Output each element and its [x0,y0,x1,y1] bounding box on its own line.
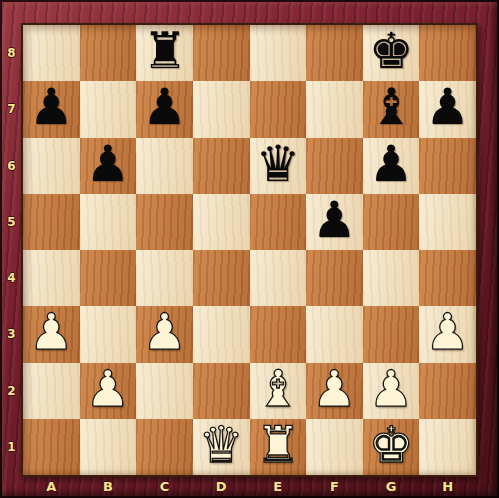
file-label-e: E [250,477,307,496]
square-h2[interactable] [419,363,476,419]
white-pawn-piece[interactable]: ♟ [369,364,414,414]
black-bishop-piece[interactable]: ♝ [369,82,414,132]
square-h3[interactable]: ♟ [419,306,476,362]
square-d4[interactable] [193,250,250,306]
square-g1[interactable]: ♚ [363,419,420,475]
square-f5[interactable]: ♟ [306,194,363,250]
square-a8[interactable] [23,25,80,81]
black-pawn-piece[interactable]: ♟ [29,82,74,132]
square-b5[interactable] [80,194,137,250]
black-queen-piece[interactable]: ♛ [255,139,300,189]
square-h6[interactable] [419,138,476,194]
square-h5[interactable] [419,194,476,250]
white-pawn-piece[interactable]: ♟ [86,364,131,414]
square-d8[interactable] [193,25,250,81]
rank-label-2: 2 [2,363,21,419]
rank-label-8: 8 [2,25,21,81]
square-c8[interactable]: ♜ [136,25,193,81]
rank-label-1: 1 [2,419,21,475]
square-h7[interactable]: ♟ [419,81,476,137]
square-e4[interactable] [250,250,307,306]
square-c3[interactable]: ♟ [136,306,193,362]
file-label-f: F [306,477,363,496]
square-f2[interactable]: ♟ [306,363,363,419]
rank-label-5: 5 [2,194,21,250]
white-bishop-piece[interactable]: ♝ [255,364,300,414]
square-b8[interactable] [80,25,137,81]
square-b7[interactable] [80,81,137,137]
white-pawn-piece[interactable]: ♟ [312,364,357,414]
rank-label-4: 4 [2,250,21,306]
square-c4[interactable] [136,250,193,306]
square-e7[interactable] [250,81,307,137]
square-a1[interactable] [23,419,80,475]
square-g3[interactable] [363,306,420,362]
square-b1[interactable] [80,419,137,475]
white-queen-piece[interactable]: ♛ [199,420,244,470]
square-d7[interactable] [193,81,250,137]
white-pawn-piece[interactable]: ♟ [425,307,470,357]
square-d3[interactable] [193,306,250,362]
square-e3[interactable] [250,306,307,362]
white-pawn-piece[interactable]: ♟ [29,307,74,357]
square-f4[interactable] [306,250,363,306]
square-d6[interactable] [193,138,250,194]
square-e5[interactable] [250,194,307,250]
square-c7[interactable]: ♟ [136,81,193,137]
square-h4[interactable] [419,250,476,306]
square-g6[interactable]: ♟ [363,138,420,194]
square-a6[interactable] [23,138,80,194]
black-pawn-piece[interactable]: ♟ [142,82,187,132]
square-e8[interactable] [250,25,307,81]
square-g4[interactable] [363,250,420,306]
square-a4[interactable] [23,250,80,306]
black-pawn-piece[interactable]: ♟ [312,195,357,245]
file-label-g: G [363,477,420,496]
rank-label-7: 7 [2,81,21,137]
rank-label-3: 3 [2,306,21,362]
white-rook-piece[interactable]: ♜ [255,420,300,470]
black-rook-piece[interactable]: ♜ [142,26,187,76]
square-g2[interactable]: ♟ [363,363,420,419]
square-h8[interactable] [419,25,476,81]
square-c6[interactable] [136,138,193,194]
square-b3[interactable] [80,306,137,362]
square-a2[interactable] [23,363,80,419]
file-label-b: B [80,477,137,496]
square-g7[interactable]: ♝ [363,81,420,137]
chess-diagram-window: ♜♚♟♟♝♟♟♛♟♟♟♟♟♟♝♟♟♛♜♚ 87654321ABCDEFGH [0,0,499,498]
square-g5[interactable] [363,194,420,250]
white-king-piece[interactable]: ♚ [369,420,414,470]
rank-label-6: 6 [2,138,21,194]
square-d5[interactable] [193,194,250,250]
square-b2[interactable]: ♟ [80,363,137,419]
white-pawn-piece[interactable]: ♟ [142,307,187,357]
square-f3[interactable] [306,306,363,362]
file-label-d: D [193,477,250,496]
square-b6[interactable]: ♟ [80,138,137,194]
square-c5[interactable] [136,194,193,250]
square-h1[interactable] [419,419,476,475]
square-g8[interactable]: ♚ [363,25,420,81]
square-a3[interactable]: ♟ [23,306,80,362]
square-c1[interactable] [136,419,193,475]
square-d2[interactable] [193,363,250,419]
file-label-c: C [136,477,193,496]
square-b4[interactable] [80,250,137,306]
square-f6[interactable] [306,138,363,194]
black-pawn-piece[interactable]: ♟ [369,139,414,189]
file-label-a: A [23,477,80,496]
square-e6[interactable]: ♛ [250,138,307,194]
square-c2[interactable] [136,363,193,419]
square-e2[interactable]: ♝ [250,363,307,419]
square-f7[interactable] [306,81,363,137]
black-pawn-piece[interactable]: ♟ [425,82,470,132]
square-d1[interactable]: ♛ [193,419,250,475]
file-label-h: H [419,477,476,496]
black-king-piece[interactable]: ♚ [369,26,414,76]
square-a5[interactable] [23,194,80,250]
square-a7[interactable]: ♟ [23,81,80,137]
square-f8[interactable] [306,25,363,81]
chess-board: ♜♚♟♟♝♟♟♛♟♟♟♟♟♟♝♟♟♛♜♚ [21,23,478,477]
square-f1[interactable] [306,419,363,475]
square-e1[interactable]: ♜ [250,419,307,475]
black-pawn-piece[interactable]: ♟ [86,139,131,189]
